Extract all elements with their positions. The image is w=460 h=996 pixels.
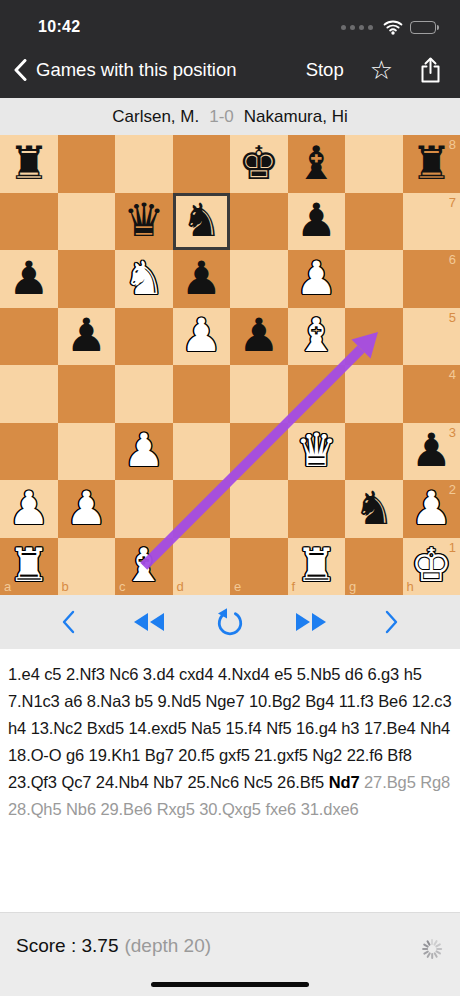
game-header: Carlsen, M. 1-0 Nakamura, Hi: [0, 98, 460, 135]
home-indicator[interactable]: [151, 982, 309, 987]
square-a2[interactable]: ♟: [0, 480, 58, 538]
square-g3[interactable]: [345, 423, 403, 481]
square-c1[interactable]: ♝c: [115, 538, 173, 596]
square-c7[interactable]: ♛: [115, 193, 173, 251]
current-move: Nd7: [329, 773, 360, 791]
file-label: g: [349, 579, 356, 594]
square-d1[interactable]: d: [173, 538, 231, 596]
white-pawn: ♟: [123, 427, 164, 473]
black-pawn: ♟: [296, 197, 337, 243]
square-g4[interactable]: [345, 365, 403, 423]
square-a3[interactable]: [0, 423, 58, 481]
go-to-start-button[interactable]: [127, 602, 171, 642]
square-e1[interactable]: e: [230, 538, 288, 596]
file-label: d: [177, 579, 184, 594]
file-label: c: [119, 579, 126, 594]
file-label: a: [4, 579, 11, 594]
black-pawn: ♟: [8, 255, 49, 301]
square-d2[interactable]: [173, 480, 231, 538]
square-b1[interactable]: b: [58, 538, 116, 596]
favorite-star-icon[interactable]: ☆: [370, 57, 393, 83]
square-g8[interactable]: [345, 135, 403, 193]
file-label: h: [407, 579, 414, 594]
previous-move-button[interactable]: [46, 602, 90, 642]
square-c8[interactable]: [115, 135, 173, 193]
white-king: ♚: [411, 542, 452, 588]
square-f2[interactable]: [288, 480, 346, 538]
square-e5[interactable]: ♟: [230, 308, 288, 366]
square-a8[interactable]: ♜: [0, 135, 58, 193]
black-king: ♚: [238, 140, 279, 186]
battery-icon: [410, 21, 436, 34]
chess-board[interactable]: ♜♚♝♜8♛♞♟7♟♞♟♟6♟♟♟♝54♟♛♟3♟♟♞♟2♜ab♝cde♜fg♚…: [0, 135, 460, 595]
rank-label: 8: [449, 137, 456, 152]
file-label: f: [292, 579, 296, 594]
black-pawn: ♟: [66, 312, 107, 358]
white-pawn: ♟: [411, 485, 452, 531]
square-h1[interactable]: ♚1h: [403, 538, 460, 596]
white-pawn: ♟: [66, 485, 107, 531]
square-h5[interactable]: 5: [403, 308, 460, 366]
back-chevron-icon: [14, 59, 27, 81]
reset-analysis-button[interactable]: [208, 602, 252, 642]
top-header: 10:42 Games with this position Stop ☆: [0, 0, 460, 98]
square-b4[interactable]: [58, 365, 116, 423]
black-pawn: ♟: [411, 427, 452, 473]
navigation-bar: Games with this position Stop ☆: [0, 48, 460, 98]
rank-label: 5: [449, 310, 456, 325]
square-a4[interactable]: [0, 365, 58, 423]
square-g7[interactable]: [345, 193, 403, 251]
square-b6[interactable]: [58, 250, 116, 308]
go-to-end-button[interactable]: [289, 602, 333, 642]
black-player-name: Nakamura, Hi: [244, 107, 348, 127]
square-a1[interactable]: ♜a: [0, 538, 58, 596]
square-f5[interactable]: ♝: [288, 308, 346, 366]
chevron-left-icon: [62, 610, 75, 634]
square-d4[interactable]: [173, 365, 231, 423]
move-controls: [0, 595, 460, 649]
engine-activity-spinner: [420, 937, 444, 961]
wifi-icon: [383, 20, 403, 35]
rank-label: 6: [449, 252, 456, 267]
white-pawn: ♟: [8, 485, 49, 531]
stop-button[interactable]: Stop: [306, 59, 344, 81]
square-h3[interactable]: ♟3: [403, 423, 460, 481]
square-c4[interactable]: [115, 365, 173, 423]
black-queen: ♛: [123, 197, 164, 243]
square-f4[interactable]: [288, 365, 346, 423]
back-button[interactable]: Games with this position: [14, 59, 237, 81]
rank-label: 3: [449, 425, 456, 440]
square-g6[interactable]: [345, 250, 403, 308]
square-e7[interactable]: [230, 193, 288, 251]
square-f7[interactable]: ♟: [288, 193, 346, 251]
square-a5[interactable]: [0, 308, 58, 366]
square-d5[interactable]: ♟: [173, 308, 231, 366]
cellular-signal-icon: [341, 25, 373, 30]
black-rook: ♜: [411, 140, 452, 186]
rank-label: 2: [449, 482, 456, 497]
white-bishop: ♝: [296, 312, 337, 358]
square-d8[interactable]: [173, 135, 231, 193]
square-c3[interactable]: ♟: [115, 423, 173, 481]
square-e3[interactable]: [230, 423, 288, 481]
square-c2[interactable]: [115, 480, 173, 538]
square-d3[interactable]: [173, 423, 231, 481]
square-e6[interactable]: [230, 250, 288, 308]
square-f3[interactable]: ♛: [288, 423, 346, 481]
chess-board-container: ♜♚♝♜8♛♞♟7♟♞♟♟6♟♟♟♝54♟♛♟3♟♟♞♟2♜ab♝cde♜fg♚…: [0, 135, 460, 595]
black-pawn: ♟: [238, 312, 279, 358]
white-bishop: ♝: [123, 542, 164, 588]
search-depth: (depth 20): [124, 935, 211, 957]
square-h8[interactable]: ♜8: [403, 135, 460, 193]
square-b7[interactable]: [58, 193, 116, 251]
rank-label: 7: [449, 195, 456, 210]
square-b2[interactable]: ♟: [58, 480, 116, 538]
square-e4[interactable]: [230, 365, 288, 423]
square-d6[interactable]: ♟: [173, 250, 231, 308]
back-label: Games with this position: [36, 59, 237, 81]
square-b3[interactable]: [58, 423, 116, 481]
black-knight: ♞: [181, 197, 222, 243]
rank-label: 1: [449, 540, 456, 555]
black-pawn: ♟: [181, 255, 222, 301]
square-h2[interactable]: ♟2: [403, 480, 460, 538]
square-c6[interactable]: ♞: [115, 250, 173, 308]
rewind-icon: [133, 612, 165, 632]
square-b5[interactable]: ♟: [58, 308, 116, 366]
next-move-button[interactable]: [370, 602, 414, 642]
square-h7[interactable]: 7: [403, 193, 460, 251]
share-icon[interactable]: [419, 56, 442, 84]
game-result: 1-0: [209, 107, 234, 127]
square-d7[interactable]: ♞: [173, 193, 231, 251]
square-b8[interactable]: [58, 135, 116, 193]
square-h4[interactable]: 4: [403, 365, 460, 423]
fast-forward-icon: [295, 612, 327, 632]
square-f8[interactable]: ♝: [288, 135, 346, 193]
black-bishop: ♝: [296, 140, 337, 186]
white-knight: ♞: [123, 255, 164, 301]
white-queen: ♛: [296, 427, 337, 473]
square-f6[interactable]: ♟: [288, 250, 346, 308]
score-value: Score : 3.75: [16, 935, 118, 957]
square-g2[interactable]: ♞: [345, 480, 403, 538]
file-label: e: [234, 579, 241, 594]
black-knight: ♞: [353, 485, 394, 531]
black-rook: ♜: [8, 140, 49, 186]
status-bar: 10:42: [0, 0, 460, 48]
square-c5[interactable]: [115, 308, 173, 366]
rank-label: 4: [449, 367, 456, 382]
square-e2[interactable]: [230, 480, 288, 538]
square-f1[interactable]: ♜f: [288, 538, 346, 596]
move-list[interactable]: 1.e4 c5 2.Nf3 Nc6 3.d4 cxd4 4.Nxd4 e5 5.…: [0, 649, 460, 912]
refresh-counterclockwise-icon: [215, 607, 245, 637]
clock-time: 10:42: [38, 18, 80, 36]
white-player-name: Carlsen, M.: [112, 107, 199, 127]
white-pawn: ♟: [181, 312, 222, 358]
square-e8[interactable]: ♚: [230, 135, 288, 193]
white-rook: ♜: [8, 542, 49, 588]
square-g1[interactable]: g: [345, 538, 403, 596]
white-rook: ♜: [296, 542, 337, 588]
square-g5[interactable]: [345, 308, 403, 366]
square-h6[interactable]: 6: [403, 250, 460, 308]
file-label: b: [62, 579, 69, 594]
white-pawn: ♟: [296, 255, 337, 301]
square-a6[interactable]: ♟: [0, 250, 58, 308]
chevron-right-icon: [385, 610, 398, 634]
square-a7[interactable]: [0, 193, 58, 251]
